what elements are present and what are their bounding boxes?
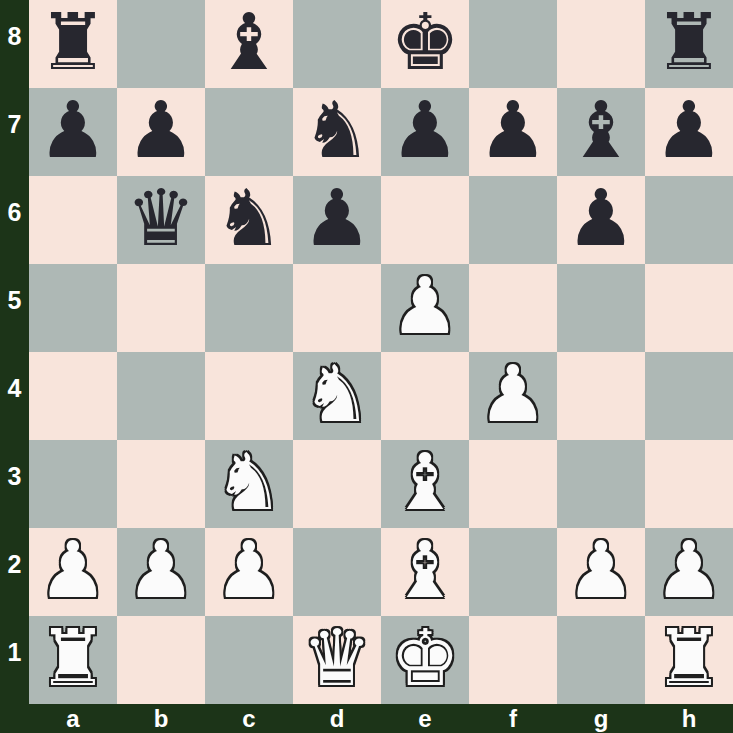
square-f6[interactable] (469, 176, 557, 264)
square-e1[interactable]: ♚ (381, 616, 469, 704)
square-d1[interactable]: ♛ (293, 616, 381, 704)
square-c2[interactable]: ♟ (205, 528, 293, 616)
square-c4[interactable] (205, 352, 293, 440)
square-h8[interactable]: ♜ (645, 0, 733, 88)
black-knight-c6[interactable]: ♞ (214, 174, 284, 262)
chess-diagram: 87654321 ♜♝♚♜♟♟♞♟♟♝♟♛♞♟♟♟♞♟♞♝♟♟♟♝♟♟♜♛♚♜ … (0, 0, 733, 733)
white-knight-d4[interactable]: ♞ (302, 350, 372, 438)
square-c8[interactable]: ♝ (205, 0, 293, 88)
square-h3[interactable] (645, 440, 733, 528)
file-label-a: a (29, 704, 117, 733)
white-pawn-b2[interactable]: ♟ (126, 526, 196, 614)
square-c6[interactable]: ♞ (205, 176, 293, 264)
white-pawn-h2[interactable]: ♟ (654, 526, 724, 614)
white-pawn-e5[interactable]: ♟ (390, 262, 460, 350)
square-h1[interactable]: ♜ (645, 616, 733, 704)
square-h6[interactable] (645, 176, 733, 264)
square-b4[interactable] (117, 352, 205, 440)
white-pawn-g2[interactable]: ♟ (566, 526, 636, 614)
white-rook-a1[interactable]: ♜ (38, 614, 108, 702)
square-a7[interactable]: ♟ (29, 88, 117, 176)
square-b1[interactable] (117, 616, 205, 704)
square-a4[interactable] (29, 352, 117, 440)
square-g1[interactable] (557, 616, 645, 704)
white-knight-c3[interactable]: ♞ (214, 438, 284, 526)
square-h5[interactable] (645, 264, 733, 352)
square-a6[interactable] (29, 176, 117, 264)
square-a2[interactable]: ♟ (29, 528, 117, 616)
square-c1[interactable] (205, 616, 293, 704)
white-bishop-e3[interactable]: ♝ (390, 438, 460, 526)
square-d8[interactable] (293, 0, 381, 88)
square-b8[interactable] (117, 0, 205, 88)
square-b5[interactable] (117, 264, 205, 352)
square-e7[interactable]: ♟ (381, 88, 469, 176)
rank-label-2: 2 (0, 520, 29, 608)
square-g5[interactable] (557, 264, 645, 352)
square-a5[interactable] (29, 264, 117, 352)
black-pawn-b7[interactable]: ♟ (126, 86, 196, 174)
square-c7[interactable] (205, 88, 293, 176)
square-g7[interactable]: ♝ (557, 88, 645, 176)
black-king-e8[interactable]: ♚ (390, 0, 460, 86)
black-pawn-h7[interactable]: ♟ (654, 86, 724, 174)
white-pawn-c2[interactable]: ♟ (214, 526, 284, 614)
black-pawn-a7[interactable]: ♟ (38, 86, 108, 174)
rank-label-4: 4 (0, 344, 29, 432)
white-queen-d1[interactable]: ♛ (302, 614, 372, 702)
black-rook-a8[interactable]: ♜ (38, 0, 108, 86)
square-d5[interactable] (293, 264, 381, 352)
white-rook-h1[interactable]: ♜ (654, 614, 724, 702)
rank-label-3: 3 (0, 432, 29, 520)
square-c5[interactable] (205, 264, 293, 352)
square-c3[interactable]: ♞ (205, 440, 293, 528)
white-king-e1[interactable]: ♚ (390, 614, 460, 702)
black-pawn-e7[interactable]: ♟ (390, 86, 460, 174)
square-g8[interactable] (557, 0, 645, 88)
file-labels: abcdefgh (29, 704, 733, 733)
black-pawn-g6[interactable]: ♟ (566, 174, 636, 262)
square-e4[interactable] (381, 352, 469, 440)
file-label-b: b (117, 704, 205, 733)
square-g2[interactable]: ♟ (557, 528, 645, 616)
square-h4[interactable] (645, 352, 733, 440)
square-d2[interactable] (293, 528, 381, 616)
black-bishop-c8[interactable]: ♝ (214, 0, 284, 86)
file-label-e: e (381, 704, 469, 733)
square-f7[interactable]: ♟ (469, 88, 557, 176)
file-label-g: g (557, 704, 645, 733)
chessboard: ♜♝♚♜♟♟♞♟♟♝♟♛♞♟♟♟♞♟♞♝♟♟♟♝♟♟♜♛♚♜ (29, 0, 733, 704)
square-d4[interactable]: ♞ (293, 352, 381, 440)
square-f5[interactable] (469, 264, 557, 352)
square-a1[interactable]: ♜ (29, 616, 117, 704)
square-g6[interactable]: ♟ (557, 176, 645, 264)
white-bishop-e2[interactable]: ♝ (390, 526, 460, 614)
square-b2[interactable]: ♟ (117, 528, 205, 616)
square-a8[interactable]: ♜ (29, 0, 117, 88)
black-pawn-f7[interactable]: ♟ (478, 86, 548, 174)
rank-label-1: 1 (0, 608, 29, 696)
file-label-c: c (205, 704, 293, 733)
white-pawn-f4[interactable]: ♟ (478, 350, 548, 438)
rank-label-8: 8 (0, 0, 29, 80)
rank-label-5: 5 (0, 256, 29, 344)
square-g3[interactable] (557, 440, 645, 528)
square-f3[interactable] (469, 440, 557, 528)
square-d7[interactable]: ♞ (293, 88, 381, 176)
square-a3[interactable] (29, 440, 117, 528)
square-d6[interactable]: ♟ (293, 176, 381, 264)
black-knight-d7[interactable]: ♞ (302, 86, 372, 174)
square-e8[interactable]: ♚ (381, 0, 469, 88)
white-pawn-a2[interactable]: ♟ (38, 526, 108, 614)
square-e6[interactable] (381, 176, 469, 264)
square-h7[interactable]: ♟ (645, 88, 733, 176)
square-f4[interactable]: ♟ (469, 352, 557, 440)
square-b7[interactable]: ♟ (117, 88, 205, 176)
file-label-f: f (469, 704, 557, 733)
file-label-d: d (293, 704, 381, 733)
square-e5[interactable]: ♟ (381, 264, 469, 352)
square-b3[interactable] (117, 440, 205, 528)
rank-label-7: 7 (0, 80, 29, 168)
square-e3[interactable]: ♝ (381, 440, 469, 528)
black-rook-h8[interactable]: ♜ (654, 0, 724, 86)
rank-labels: 87654321 (0, 0, 29, 704)
black-pawn-d6[interactable]: ♟ (302, 174, 372, 262)
square-f1[interactable] (469, 616, 557, 704)
file-label-h: h (645, 704, 733, 733)
square-e2[interactable]: ♝ (381, 528, 469, 616)
square-f2[interactable] (469, 528, 557, 616)
square-f8[interactable] (469, 0, 557, 88)
black-bishop-g7[interactable]: ♝ (566, 86, 636, 174)
square-h2[interactable]: ♟ (645, 528, 733, 616)
square-g4[interactable] (557, 352, 645, 440)
square-d3[interactable] (293, 440, 381, 528)
square-b6[interactable]: ♛ (117, 176, 205, 264)
rank-label-6: 6 (0, 168, 29, 256)
black-queen-b6[interactable]: ♛ (126, 174, 196, 262)
